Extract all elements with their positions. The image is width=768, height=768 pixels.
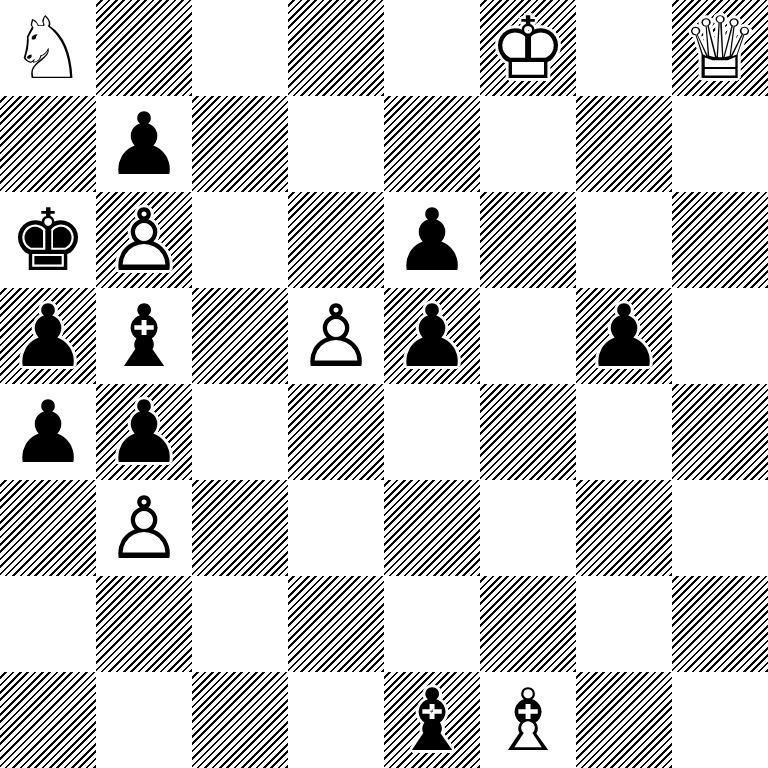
square-f2[interactable]: [480, 576, 576, 672]
square-c6[interactable]: [192, 192, 288, 288]
piece-glyph: ♙: [288, 288, 384, 384]
square-a2[interactable]: [0, 576, 96, 672]
square-h3[interactable]: [672, 480, 768, 576]
piece-white-pawn: ♟♙: [96, 480, 192, 576]
piece-white-king: ♚♔: [480, 0, 576, 96]
piece-black-bishop: ♝: [384, 672, 480, 768]
piece-glyph: ♝: [96, 288, 192, 384]
square-g3[interactable]: [576, 480, 672, 576]
square-g5[interactable]: ♟: [576, 288, 672, 384]
square-c8[interactable]: [192, 0, 288, 96]
piece-white-knight: ♞♘: [0, 0, 96, 96]
square-e1[interactable]: ♝: [384, 672, 480, 768]
piece-glyph: ♟: [384, 192, 480, 288]
square-a7[interactable]: [0, 96, 96, 192]
square-f5[interactable]: [480, 288, 576, 384]
square-d5[interactable]: ♟♙: [288, 288, 384, 384]
square-b7[interactable]: ♟: [96, 96, 192, 192]
square-b8[interactable]: [96, 0, 192, 96]
square-e5[interactable]: ♟: [384, 288, 480, 384]
square-h1[interactable]: [672, 672, 768, 768]
square-f1[interactable]: ♝♗: [480, 672, 576, 768]
square-f4[interactable]: [480, 384, 576, 480]
square-g2[interactable]: [576, 576, 672, 672]
chess-board: ♞♘♚♔♛♕♟♚♟♙♟♟♝♟♙♟♟♟♟♟♙♝♝♗: [0, 0, 768, 768]
piece-black-pawn: ♟: [384, 192, 480, 288]
square-c3[interactable]: [192, 480, 288, 576]
piece-glyph: ♟: [96, 384, 192, 480]
piece-glyph: ♟: [0, 288, 96, 384]
square-a5[interactable]: ♟: [0, 288, 96, 384]
square-e6[interactable]: ♟: [384, 192, 480, 288]
square-b2[interactable]: [96, 576, 192, 672]
piece-black-pawn: ♟: [384, 288, 480, 384]
piece-black-pawn: ♟: [0, 384, 96, 480]
piece-glyph: ♔: [480, 0, 576, 96]
square-a8[interactable]: ♞♘: [0, 0, 96, 96]
square-d2[interactable]: [288, 576, 384, 672]
square-c5[interactable]: [192, 288, 288, 384]
piece-glyph: ♟: [96, 96, 192, 192]
square-d1[interactable]: [288, 672, 384, 768]
square-e4[interactable]: [384, 384, 480, 480]
square-h8[interactable]: ♛♕: [672, 0, 768, 96]
piece-white-bishop: ♝♗: [480, 672, 576, 768]
piece-glyph: ♟: [384, 288, 480, 384]
square-d4[interactable]: [288, 384, 384, 480]
piece-white-pawn: ♟♙: [288, 288, 384, 384]
square-c4[interactable]: [192, 384, 288, 480]
piece-glyph: ♟: [0, 384, 96, 480]
piece-glyph: ♚: [0, 192, 96, 288]
square-e2[interactable]: [384, 576, 480, 672]
square-c2[interactable]: [192, 576, 288, 672]
piece-black-king: ♚: [0, 192, 96, 288]
piece-white-pawn: ♟♙: [96, 192, 192, 288]
square-b4[interactable]: ♟: [96, 384, 192, 480]
square-h5[interactable]: [672, 288, 768, 384]
square-g4[interactable]: [576, 384, 672, 480]
piece-glyph: ♙: [96, 480, 192, 576]
square-d3[interactable]: [288, 480, 384, 576]
square-e8[interactable]: [384, 0, 480, 96]
square-d8[interactable]: [288, 0, 384, 96]
piece-glyph: ♙: [96, 192, 192, 288]
piece-glyph: ♕: [672, 0, 768, 96]
square-f6[interactable]: [480, 192, 576, 288]
square-b5[interactable]: ♝: [96, 288, 192, 384]
square-h7[interactable]: [672, 96, 768, 192]
square-d7[interactable]: [288, 96, 384, 192]
piece-black-pawn: ♟: [96, 96, 192, 192]
square-a4[interactable]: ♟: [0, 384, 96, 480]
square-c7[interactable]: [192, 96, 288, 192]
square-a6[interactable]: ♚: [0, 192, 96, 288]
square-b1[interactable]: [96, 672, 192, 768]
piece-glyph: ♟: [576, 288, 672, 384]
square-d6[interactable]: [288, 192, 384, 288]
piece-black-pawn: ♟: [0, 288, 96, 384]
square-h6[interactable]: [672, 192, 768, 288]
piece-glyph: ♝: [384, 672, 480, 768]
square-f7[interactable]: [480, 96, 576, 192]
square-g1[interactable]: [576, 672, 672, 768]
piece-glyph: ♘: [0, 0, 96, 96]
piece-glyph: ♗: [480, 672, 576, 768]
square-b3[interactable]: ♟♙: [96, 480, 192, 576]
square-g7[interactable]: [576, 96, 672, 192]
square-a1[interactable]: [0, 672, 96, 768]
square-e7[interactable]: [384, 96, 480, 192]
square-h2[interactable]: [672, 576, 768, 672]
piece-black-pawn: ♟: [576, 288, 672, 384]
square-h4[interactable]: [672, 384, 768, 480]
square-b6[interactable]: ♟♙: [96, 192, 192, 288]
piece-white-queen: ♛♕: [672, 0, 768, 96]
square-e3[interactable]: [384, 480, 480, 576]
square-c1[interactable]: [192, 672, 288, 768]
piece-black-pawn: ♟: [96, 384, 192, 480]
square-f3[interactable]: [480, 480, 576, 576]
square-a3[interactable]: [0, 480, 96, 576]
square-f8[interactable]: ♚♔: [480, 0, 576, 96]
square-g6[interactable]: [576, 192, 672, 288]
square-g8[interactable]: [576, 0, 672, 96]
piece-black-bishop: ♝: [96, 288, 192, 384]
